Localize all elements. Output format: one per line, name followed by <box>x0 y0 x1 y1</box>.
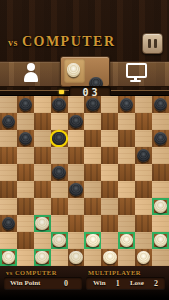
board-square[interactable] <box>17 96 34 113</box>
board-square <box>135 198 152 215</box>
board-square[interactable] <box>68 181 85 198</box>
white-piece[interactable] <box>103 251 117 265</box>
board-square[interactable] <box>68 249 85 266</box>
board-square[interactable] <box>51 96 68 113</box>
board-square <box>84 181 101 198</box>
white-piece[interactable] <box>154 200 168 214</box>
board-square[interactable] <box>68 113 85 130</box>
footer-right-label: MULTIPLAYER <box>88 269 141 276</box>
board-square[interactable] <box>17 198 34 215</box>
black-piece[interactable] <box>19 132 33 146</box>
board-square <box>68 130 85 147</box>
black-piece[interactable] <box>154 132 168 146</box>
board-square <box>68 232 85 249</box>
board-square <box>51 215 68 232</box>
board-square <box>51 147 68 164</box>
board-square <box>118 215 135 232</box>
board-square[interactable] <box>17 232 34 249</box>
board-square <box>17 147 34 164</box>
win-point-label: Win Point <box>10 279 40 287</box>
board-square <box>51 249 68 266</box>
board-square[interactable] <box>135 181 152 198</box>
board-square[interactable] <box>152 96 169 113</box>
board-square <box>101 198 118 215</box>
turn-indicator-box <box>60 56 110 87</box>
person-icon <box>22 62 40 83</box>
white-piece[interactable] <box>86 234 100 248</box>
board-square[interactable] <box>0 113 17 130</box>
board-square[interactable] <box>135 113 152 130</box>
black-piece[interactable] <box>154 98 168 112</box>
black-piece[interactable] <box>52 132 66 146</box>
footer: vs COMPUTER Win Point 0 MULTIPLAYER Win … <box>0 266 169 300</box>
lose-label: Lose <box>130 279 144 287</box>
board-square <box>34 130 51 147</box>
board-square <box>51 113 68 130</box>
title-prefix: vs <box>8 37 18 48</box>
board-square <box>51 181 68 198</box>
board-square[interactable] <box>17 130 34 147</box>
board-square[interactable] <box>84 164 101 181</box>
win-label: Win <box>93 279 106 287</box>
board-square[interactable] <box>0 181 17 198</box>
board-square <box>101 164 118 181</box>
black-piece[interactable] <box>2 217 16 231</box>
board-square[interactable] <box>101 249 118 266</box>
board-square <box>118 147 135 164</box>
board-square <box>68 96 85 113</box>
board-square <box>0 130 17 147</box>
board-square[interactable] <box>51 130 68 147</box>
board-square[interactable] <box>135 249 152 266</box>
white-piece-indicator <box>67 63 81 77</box>
board-square <box>101 96 118 113</box>
board-square[interactable] <box>0 249 17 266</box>
pause-button[interactable] <box>142 33 163 54</box>
board-square <box>84 215 101 232</box>
board-square <box>68 198 85 215</box>
board-square[interactable] <box>68 147 85 164</box>
board-square[interactable] <box>84 96 101 113</box>
board-square <box>152 113 169 130</box>
black-piece[interactable] <box>52 166 66 180</box>
white-piece[interactable] <box>69 251 83 265</box>
board-square[interactable] <box>118 198 135 215</box>
board-square <box>101 130 118 147</box>
board-square <box>135 232 152 249</box>
board <box>0 96 169 266</box>
board-square <box>135 130 152 147</box>
board-square[interactable] <box>118 130 135 147</box>
board-square <box>118 181 135 198</box>
board-square[interactable] <box>152 130 169 147</box>
board-square <box>135 96 152 113</box>
board-square <box>34 198 51 215</box>
black-piece[interactable] <box>69 183 83 197</box>
board-square <box>152 181 169 198</box>
board-square <box>34 96 51 113</box>
board-square[interactable] <box>84 130 101 147</box>
black-piece[interactable] <box>86 98 100 112</box>
board-square[interactable] <box>34 181 51 198</box>
board-square <box>118 113 135 130</box>
board-square <box>17 249 34 266</box>
board-square[interactable] <box>152 232 169 249</box>
board-square[interactable] <box>34 147 51 164</box>
board-square <box>84 147 101 164</box>
black-piece[interactable] <box>2 115 16 129</box>
board-square[interactable] <box>51 232 68 249</box>
white-piece[interactable] <box>35 217 49 231</box>
win-point-box: Win Point 0 <box>4 277 82 289</box>
board-square <box>17 181 34 198</box>
board-square <box>34 232 51 249</box>
board-square <box>0 164 17 181</box>
board-square[interactable] <box>101 147 118 164</box>
white-piece[interactable] <box>137 251 151 265</box>
board-square[interactable] <box>51 198 68 215</box>
monitor-icon <box>126 63 145 82</box>
board-square[interactable] <box>34 113 51 130</box>
black-piece[interactable] <box>69 115 83 129</box>
board-square <box>17 215 34 232</box>
board-square <box>152 215 169 232</box>
board-square[interactable] <box>84 232 101 249</box>
win-point-value: 0 <box>64 279 68 288</box>
board-square <box>84 249 101 266</box>
timer-marker <box>59 90 64 94</box>
board-square <box>0 198 17 215</box>
board-square[interactable] <box>68 215 85 232</box>
board-square <box>17 113 34 130</box>
board-square <box>84 113 101 130</box>
board-square <box>0 232 17 249</box>
black-piece[interactable] <box>19 98 33 112</box>
multiplayer-stats-box: Win 1 Lose 2 <box>86 277 165 289</box>
board-square <box>135 164 152 181</box>
board-square[interactable] <box>51 164 68 181</box>
black-piece[interactable] <box>137 149 151 163</box>
board-square[interactable] <box>135 147 152 164</box>
board-square <box>118 249 135 266</box>
board-square <box>152 249 169 266</box>
board-square <box>101 232 118 249</box>
white-piece[interactable] <box>2 251 16 265</box>
board-square[interactable] <box>101 113 118 130</box>
white-piece[interactable] <box>120 234 134 248</box>
board-square[interactable] <box>135 215 152 232</box>
board-square[interactable] <box>101 215 118 232</box>
board-square[interactable] <box>34 249 51 266</box>
board-square[interactable] <box>152 198 169 215</box>
board-square <box>34 164 51 181</box>
board-square[interactable] <box>17 164 34 181</box>
board-square[interactable] <box>0 147 17 164</box>
white-piece[interactable] <box>35 251 49 265</box>
board-square[interactable] <box>101 181 118 198</box>
footer-left-label: vs COMPUTER <box>6 269 57 276</box>
pause-icon <box>154 39 157 48</box>
board-square[interactable] <box>118 96 135 113</box>
lose-value: 2 <box>154 279 158 288</box>
board-square[interactable] <box>34 215 51 232</box>
board-square[interactable] <box>152 164 169 181</box>
board-square <box>152 147 169 164</box>
board-square[interactable] <box>84 198 101 215</box>
white-piece[interactable] <box>52 234 66 248</box>
board-square <box>68 164 85 181</box>
board-square[interactable] <box>0 215 17 232</box>
black-piece[interactable] <box>52 98 66 112</box>
title-text: COMPUTER <box>22 34 116 50</box>
win-value: 1 <box>116 279 120 288</box>
page-title: vs COMPUTER <box>8 34 116 50</box>
black-piece[interactable] <box>120 98 134 112</box>
pause-icon <box>148 39 151 48</box>
white-piece[interactable] <box>154 234 168 248</box>
board-square <box>0 96 17 113</box>
board-square[interactable] <box>118 164 135 181</box>
board-square[interactable] <box>118 232 135 249</box>
